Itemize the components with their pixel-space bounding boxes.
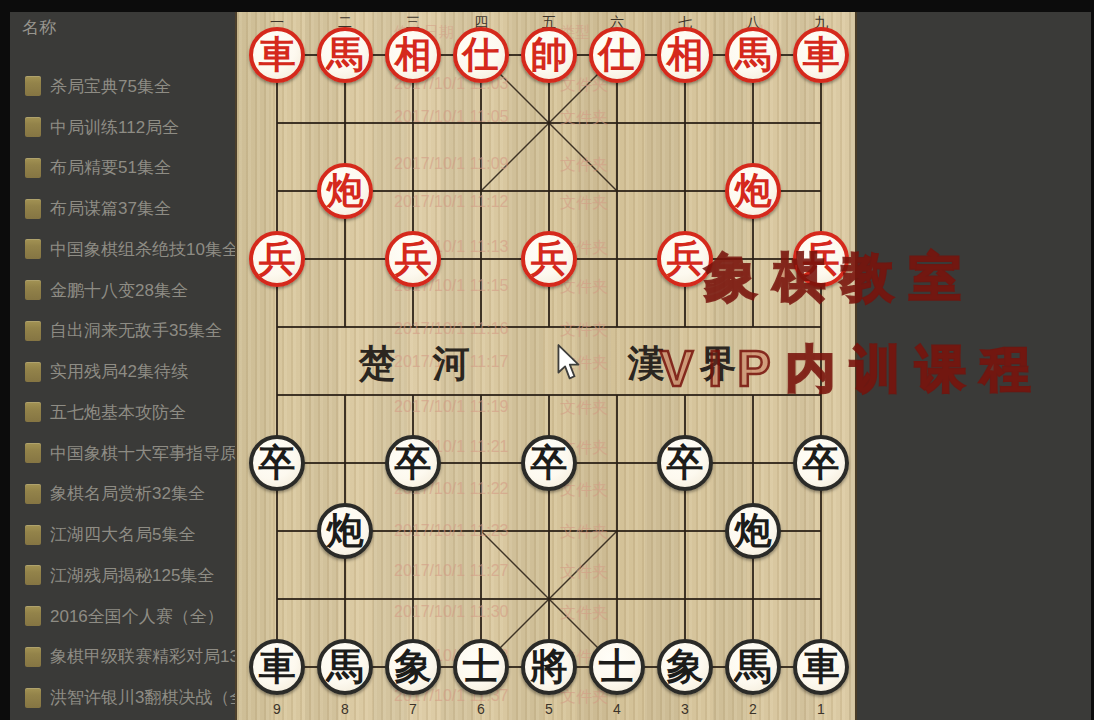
piece-red-horse[interactable]: 馬 <box>725 27 781 83</box>
folder-list-item[interactable]: 象棋名局赏析32集全 <box>10 474 235 515</box>
file-label-bottom: 9 <box>257 701 297 717</box>
piece-red-soldier[interactable]: 兵 <box>793 231 849 287</box>
folder-name-label: 中国象棋十大军事指导原 <box>50 442 235 465</box>
piece-character: 車 <box>259 36 296 73</box>
file-label-bottom: 1 <box>801 701 841 717</box>
file-label-bottom: 2 <box>733 701 773 717</box>
piece-character: 相 <box>395 36 432 73</box>
folder-name-label: 布局精要51集全 <box>50 156 171 179</box>
folder-name-label: 布局谋篇37集全 <box>50 197 171 220</box>
piece-character: 馬 <box>327 36 364 73</box>
piece-red-chariot[interactable]: 車 <box>793 27 849 83</box>
folder-list: 杀局宝典75集全中局训练112局全布局精要51集全布局谋篇37集全中国象棋组杀绝… <box>10 66 235 718</box>
piece-black-elephant[interactable]: 象 <box>385 639 441 695</box>
piece-character: 炮 <box>327 512 364 549</box>
folder-name-label: 洪智许银川3翻棋决战（全） <box>50 686 235 709</box>
piece-character: 兵 <box>803 240 840 277</box>
piece-black-soldier[interactable]: 卒 <box>249 435 305 491</box>
piece-red-elephant[interactable]: 相 <box>657 27 713 83</box>
piece-black-cannon[interactable]: 炮 <box>317 503 373 559</box>
piece-character: 兵 <box>395 240 432 277</box>
file-label-bottom: 8 <box>325 701 365 717</box>
folder-list-item[interactable]: 中局训练112局全 <box>10 107 235 148</box>
folder-list-item[interactable]: 金鹏十八变28集全 <box>10 270 235 311</box>
piece-character: 兵 <box>259 240 296 277</box>
folder-icon <box>25 76 41 96</box>
folder-icon <box>25 565 41 585</box>
file-label-bottom: 5 <box>529 701 569 717</box>
folder-list-item[interactable]: 自出洞来无敌手35集全 <box>10 311 235 352</box>
file-label-bottom: 6 <box>461 701 501 717</box>
piece-character: 仕 <box>463 36 500 73</box>
piece-character: 馬 <box>327 648 364 685</box>
piece-red-general[interactable]: 帥 <box>521 27 577 83</box>
piece-black-elephant[interactable]: 象 <box>657 639 713 695</box>
folder-icon <box>25 402 41 422</box>
piece-black-general[interactable]: 將 <box>521 639 577 695</box>
folder-icon <box>25 117 41 137</box>
folder-icon <box>25 321 41 341</box>
folder-name-label: 金鹏十八变28集全 <box>50 279 188 302</box>
folder-list-item[interactable]: 五七炮基本攻防全 <box>10 392 235 433</box>
piece-red-soldier[interactable]: 兵 <box>249 231 305 287</box>
folder-icon <box>25 239 41 259</box>
piece-black-soldier[interactable]: 卒 <box>521 435 577 491</box>
piece-red-horse[interactable]: 馬 <box>317 27 373 83</box>
piece-red-soldier[interactable]: 兵 <box>657 231 713 287</box>
river-text-left: 楚 <box>355 341 399 385</box>
piece-character: 士 <box>463 648 500 685</box>
folder-icon <box>25 280 41 300</box>
folder-name-label: 江湖残局揭秘125集全 <box>50 564 214 587</box>
piece-black-horse[interactable]: 馬 <box>317 639 373 695</box>
piece-black-advisor[interactable]: 士 <box>589 639 645 695</box>
folder-name-label: 自出洞来无敌手35集全 <box>50 319 222 342</box>
piece-character: 卒 <box>259 444 296 481</box>
folder-icon <box>25 484 41 504</box>
piece-character: 卒 <box>395 444 432 481</box>
file-label-bottom: 3 <box>665 701 705 717</box>
folder-icon <box>25 443 41 463</box>
piece-character: 帥 <box>531 36 568 73</box>
piece-black-advisor[interactable]: 士 <box>453 639 509 695</box>
left-black-bar <box>0 0 10 720</box>
piece-character: 卒 <box>803 444 840 481</box>
piece-character: 卒 <box>531 444 568 481</box>
folder-icon <box>25 525 41 545</box>
piece-black-chariot[interactable]: 車 <box>249 639 305 695</box>
folder-icon <box>25 688 41 708</box>
folder-name-label: 五七炮基本攻防全 <box>50 401 186 424</box>
folder-name-label: 2016全国个人赛（全） <box>50 605 224 628</box>
piece-character: 車 <box>803 36 840 73</box>
folder-name-label: 象棋名局赏析32集全 <box>50 482 205 505</box>
folder-list-item[interactable]: 洪智许银川3翻棋决战（全） <box>10 677 235 718</box>
folder-name-label: 江湖四大名局5集全 <box>50 523 195 546</box>
river-text-right: 界 <box>696 341 740 385</box>
file-label-bottom: 4 <box>597 701 637 717</box>
piece-red-advisor[interactable]: 仕 <box>453 27 509 83</box>
piece-character: 士 <box>599 648 636 685</box>
piece-character: 卒 <box>667 444 704 481</box>
piece-character: 馬 <box>735 36 772 73</box>
piece-character: 相 <box>667 36 704 73</box>
piece-red-cannon[interactable]: 炮 <box>725 163 781 219</box>
folder-name-label: 杀局宝典75集全 <box>50 75 171 98</box>
folder-list-item[interactable]: 中国象棋十大军事指导原 <box>10 433 235 474</box>
file-label-bottom: 7 <box>393 701 433 717</box>
column-header-name[interactable]: 名称 <box>22 16 56 39</box>
folder-list-item[interactable]: 象棋甲级联赛精彩对局13 <box>10 637 235 678</box>
piece-black-chariot[interactable]: 車 <box>793 639 849 695</box>
folder-list-item[interactable]: 实用残局42集待续 <box>10 351 235 392</box>
piece-red-advisor[interactable]: 仕 <box>589 27 645 83</box>
piece-character: 車 <box>259 648 296 685</box>
piece-character: 象 <box>395 648 432 685</box>
folder-name-label: 实用残局42集待续 <box>50 360 188 383</box>
piece-black-soldier[interactable]: 卒 <box>793 435 849 491</box>
piece-red-cannon[interactable]: 炮 <box>317 163 373 219</box>
folder-name-label: 中国象棋组杀绝技10集全 <box>50 238 235 261</box>
xiangqi-board[interactable]: 修改日期类型大小2017/10/1 11:03文件夹2017/10/1 11:0… <box>235 12 857 720</box>
folder-list-item[interactable]: 2016全国个人赛（全） <box>10 596 235 637</box>
folder-list-item[interactable]: 江湖残局揭秘125集全 <box>10 555 235 596</box>
folder-icon <box>25 199 41 219</box>
folder-list-item[interactable]: 中国象棋组杀绝技10集全 <box>10 229 235 270</box>
top-black-bar <box>0 0 1094 12</box>
folder-icon <box>25 362 41 382</box>
piece-red-elephant[interactable]: 相 <box>385 27 441 83</box>
piece-character: 馬 <box>735 648 772 685</box>
piece-character: 兵 <box>667 240 704 277</box>
piece-black-soldier[interactable]: 卒 <box>657 435 713 491</box>
piece-character: 炮 <box>735 512 772 549</box>
folder-list-item[interactable]: 布局谋篇37集全 <box>10 188 235 229</box>
folder-list-item[interactable]: 布局精要51集全 <box>10 148 235 189</box>
folder-icon <box>25 647 41 667</box>
piece-black-soldier[interactable]: 卒 <box>385 435 441 491</box>
piece-character: 將 <box>531 648 568 685</box>
screen: 名称 杀局宝典75集全中局训练112局全布局精要51集全布局谋篇37集全中国象棋… <box>0 0 1094 720</box>
folder-list-item[interactable]: 杀局宝典75集全 <box>10 66 235 107</box>
board-grid-lines <box>237 12 859 720</box>
piece-character: 炮 <box>735 172 772 209</box>
piece-character: 兵 <box>531 240 568 277</box>
folder-icon <box>25 158 41 178</box>
piece-red-chariot[interactable]: 車 <box>249 27 305 83</box>
folder-list-item[interactable]: 江湖四大名局5集全 <box>10 514 235 555</box>
file-explorer-sidebar: 名称 杀局宝典75集全中局训练112局全布局精要51集全布局谋篇37集全中国象棋… <box>10 12 235 720</box>
river-text-right: 漢 <box>624 341 668 385</box>
piece-character: 車 <box>803 648 840 685</box>
piece-character: 象 <box>667 648 704 685</box>
folder-name-label: 象棋甲级联赛精彩对局13 <box>50 645 235 668</box>
piece-red-soldier[interactable]: 兵 <box>385 231 441 287</box>
piece-red-soldier[interactable]: 兵 <box>521 231 577 287</box>
river-text-left: 河 <box>429 341 473 385</box>
folder-icon <box>25 606 41 626</box>
piece-character: 炮 <box>327 172 364 209</box>
piece-character: 仕 <box>599 36 636 73</box>
piece-black-cannon[interactable]: 炮 <box>725 503 781 559</box>
folder-name-label: 中局训练112局全 <box>50 116 179 139</box>
piece-black-horse[interactable]: 馬 <box>725 639 781 695</box>
